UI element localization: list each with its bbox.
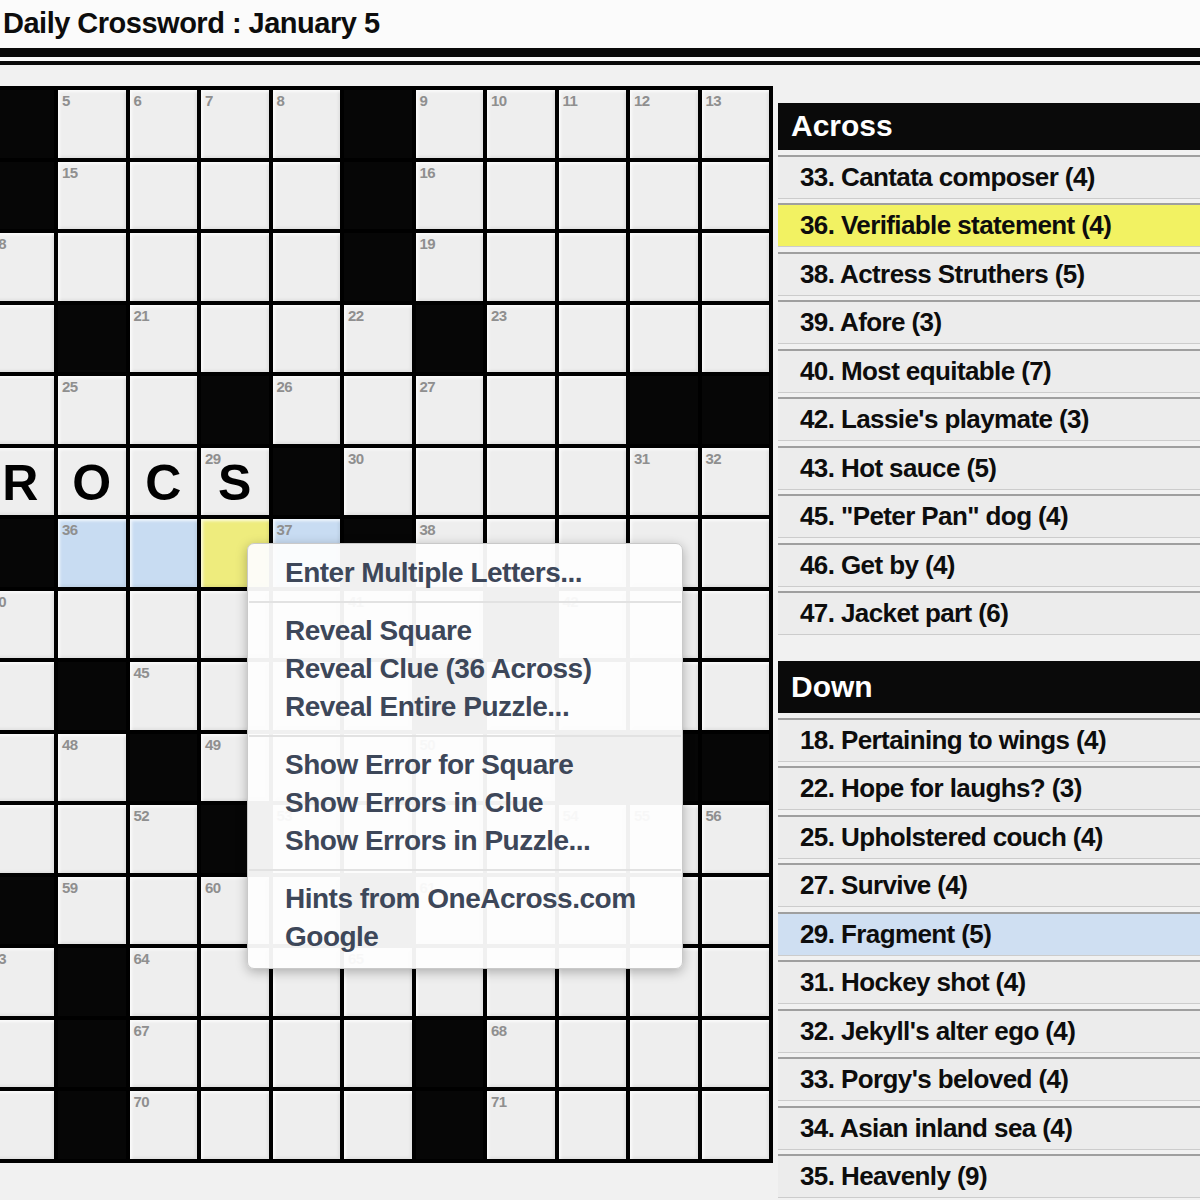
cell-r13c6 xyxy=(58,948,126,1016)
cell-r1c8[interactable]: 7 xyxy=(201,90,269,158)
cell-number: 45 xyxy=(134,664,150,681)
cell-r15c8[interactable] xyxy=(201,1091,269,1159)
cell-r12c5 xyxy=(0,877,54,945)
cell-r2c11[interactable]: 16 xyxy=(416,162,484,230)
cell-r14c6 xyxy=(58,1020,126,1088)
menu-item-enter-multiple-letters[interactable]: Enter Multiple Letters... xyxy=(248,554,682,592)
clue-across-40[interactable]: 40. Most equitable (7) xyxy=(778,349,1200,393)
cell-r5c11[interactable]: 27 xyxy=(416,376,484,444)
cell-number: 63 xyxy=(0,950,6,967)
down-section: Down 18. Pertaining to wings (4) 22. Hop… xyxy=(778,661,1200,1198)
cell-r15c12[interactable]: 71 xyxy=(487,1091,555,1159)
cell-r7c5 xyxy=(0,519,54,587)
cell-r5c12[interactable] xyxy=(487,376,555,444)
cell-number: 19 xyxy=(420,235,436,252)
cell-r6c6[interactable]: O xyxy=(58,448,126,516)
cell-number: 13 xyxy=(706,92,722,109)
cell-r15c13[interactable] xyxy=(559,1091,627,1159)
menu-separator xyxy=(249,735,681,737)
cell-r5c9[interactable]: 26 xyxy=(273,376,341,444)
cell-r4c5[interactable] xyxy=(0,305,54,373)
cell-r7c7[interactable] xyxy=(130,519,198,587)
context-menu: Enter Multiple Letters... Reveal Square … xyxy=(247,543,683,969)
cell-r11c15[interactable]: 56 xyxy=(702,805,770,873)
menu-item-show-errors-in-clue[interactable]: Show Errors in Clue xyxy=(248,784,682,822)
cell-r2c12[interactable] xyxy=(487,162,555,230)
cell-r2c13[interactable] xyxy=(559,162,627,230)
cell-number: 30 xyxy=(348,450,364,467)
cell-r13c5[interactable]: 63 xyxy=(0,948,54,1016)
clue-down-25[interactable]: 25. Upholstered couch (4) xyxy=(778,815,1200,859)
cell-r2c8[interactable] xyxy=(201,162,269,230)
cell-r2c10 xyxy=(344,162,412,230)
cell-r8c6[interactable] xyxy=(58,591,126,659)
cell-r2c6[interactable]: 15 xyxy=(58,162,126,230)
cell-r3c13[interactable] xyxy=(559,233,627,301)
cell-r6c5[interactable]: R xyxy=(0,448,54,516)
cell-r10c6[interactable]: 48 xyxy=(58,734,126,802)
cell-letter: S xyxy=(201,448,269,516)
cell-r8c15[interactable] xyxy=(702,591,770,659)
clue-across-42[interactable]: 42. Lassie's playmate (3) xyxy=(778,397,1200,441)
cell-number: 71 xyxy=(491,1093,507,1110)
crossword-app: Daily Crossword : January 5 123456789101… xyxy=(0,0,1200,1200)
cell-letter: O xyxy=(58,448,126,516)
cell-number: 11 xyxy=(563,92,578,109)
cell-number: 32 xyxy=(706,450,722,467)
cell-r3c15[interactable] xyxy=(702,233,770,301)
cell-number: 59 xyxy=(62,879,78,896)
cell-number: 70 xyxy=(134,1093,150,1110)
divider-thick xyxy=(0,48,1200,57)
cell-number: 56 xyxy=(706,807,722,824)
cell-r2c9[interactable] xyxy=(273,162,341,230)
cell-number: 25 xyxy=(62,378,78,395)
cell-r14c8[interactable] xyxy=(201,1020,269,1088)
down-header: Down xyxy=(778,661,1200,713)
cell-number: 68 xyxy=(491,1022,507,1039)
cell-r1c11[interactable]: 9 xyxy=(416,90,484,158)
menu-separator xyxy=(249,869,681,871)
clue-down-32[interactable]: 32. Jekyll's alter ego (4) xyxy=(778,1009,1200,1053)
cell-number: 5 xyxy=(62,92,70,109)
cell-number: 15 xyxy=(62,164,78,181)
clue-down-34[interactable]: 34. Asian inland sea (4) xyxy=(778,1106,1200,1150)
cell-number: 31 xyxy=(634,450,650,467)
clue-across-47[interactable]: 47. Jacket part (6) xyxy=(778,591,1200,635)
cell-number: 38 xyxy=(420,521,436,538)
cell-letter: C xyxy=(130,448,198,516)
clue-down-35[interactable]: 35. Heavenly (9) xyxy=(778,1154,1200,1198)
cell-r15c14[interactable] xyxy=(630,1091,698,1159)
down-clue-list: 18. Pertaining to wings (4) 22. Hope for… xyxy=(778,718,1200,1199)
menu-item-show-error-for-square[interactable]: Show Error for Square xyxy=(248,746,682,784)
divider-thin xyxy=(0,61,1200,65)
cell-r1c6[interactable]: 5 xyxy=(58,90,126,158)
cell-r4c6 xyxy=(58,305,126,373)
clue-down-22[interactable]: 22. Hope for laughs? (3) xyxy=(778,766,1200,810)
cell-number: 48 xyxy=(62,736,78,753)
cell-r3c9[interactable] xyxy=(273,233,341,301)
cell-r1c7[interactable]: 6 xyxy=(130,90,198,158)
cell-r5c7[interactable] xyxy=(130,376,198,444)
across-header: Across xyxy=(778,103,1200,150)
cell-r2c7[interactable] xyxy=(130,162,198,230)
cell-number: 18 xyxy=(0,235,6,252)
cell-r11c5[interactable] xyxy=(0,805,54,873)
cell-letter: R xyxy=(0,448,54,516)
cell-r2c5 xyxy=(0,162,54,230)
cell-r1c12[interactable]: 10 xyxy=(487,90,555,158)
cell-r15c9[interactable] xyxy=(273,1091,341,1159)
cell-number: 49 xyxy=(205,736,221,753)
cell-r2c14[interactable] xyxy=(630,162,698,230)
cell-r4c15[interactable] xyxy=(702,305,770,373)
clue-across-45[interactable]: 45. "Peter Pan" dog (4) xyxy=(778,494,1200,538)
menu-separator xyxy=(249,601,681,603)
cell-number: 16 xyxy=(420,164,436,181)
cell-r3c5[interactable]: 18 xyxy=(0,233,54,301)
cell-r14c12[interactable]: 68 xyxy=(487,1020,555,1088)
cell-number: 7 xyxy=(205,92,213,109)
cell-r3c7[interactable] xyxy=(130,233,198,301)
cell-r14c9[interactable] xyxy=(273,1020,341,1088)
cell-r4c14[interactable] xyxy=(630,305,698,373)
cell-r1c10 xyxy=(344,90,412,158)
cell-r15c5[interactable] xyxy=(0,1091,54,1159)
cell-number: 22 xyxy=(348,307,364,324)
cell-r14c11 xyxy=(416,1020,484,1088)
cell-number: 64 xyxy=(134,950,150,967)
cell-r14c15[interactable] xyxy=(702,1020,770,1088)
cell-r12c7[interactable] xyxy=(130,877,198,945)
cell-number: 60 xyxy=(205,879,221,896)
cell-number: 52 xyxy=(134,807,150,824)
cell-r1c15[interactable]: 13 xyxy=(702,90,770,158)
cell-r9c7[interactable]: 45 xyxy=(130,662,198,730)
cell-r14c10[interactable] xyxy=(344,1020,412,1088)
cell-r3c12[interactable] xyxy=(487,233,555,301)
cell-number: 12 xyxy=(634,92,650,109)
cell-r6c9 xyxy=(273,448,341,516)
cell-number: 40 xyxy=(0,593,6,610)
cell-r6c15[interactable]: 32 xyxy=(702,448,770,516)
menu-item-reveal-clue[interactable]: Reveal Clue (36 Across) xyxy=(248,650,682,688)
cell-r6c10[interactable]: 30 xyxy=(344,448,412,516)
cell-r6c13[interactable] xyxy=(559,448,627,516)
cell-r15c10[interactable] xyxy=(344,1091,412,1159)
clue-down-29[interactable]: 29. Fragment (5) xyxy=(778,912,1200,956)
clue-panel: Across 33. Cantata composer (4) 36. Veri… xyxy=(778,103,1200,1198)
cell-r7c15[interactable] xyxy=(702,519,770,587)
cell-r1c14[interactable]: 12 xyxy=(630,90,698,158)
cell-r4c7[interactable]: 21 xyxy=(130,305,198,373)
clue-across-33[interactable]: 33. Cantata composer (4) xyxy=(778,155,1200,199)
cell-r3c11[interactable]: 19 xyxy=(416,233,484,301)
cell-number: 26 xyxy=(277,378,293,395)
cell-r3c10 xyxy=(344,233,412,301)
cell-number: 27 xyxy=(420,378,436,395)
menu-item-reveal-entire-puzzle[interactable]: Reveal Entire Puzzle... xyxy=(248,688,682,726)
title-bar: Daily Crossword : January 5 xyxy=(0,0,1200,48)
cell-r9c5[interactable] xyxy=(0,662,54,730)
cell-r5c14 xyxy=(630,376,698,444)
cell-r6c11[interactable] xyxy=(416,448,484,516)
cell-r15c11 xyxy=(416,1091,484,1159)
cell-r5c8 xyxy=(201,376,269,444)
cell-r15c7[interactable]: 70 xyxy=(130,1091,198,1159)
cell-r11c7[interactable]: 52 xyxy=(130,805,198,873)
cell-r4c13[interactable] xyxy=(559,305,627,373)
cell-r7c6[interactable]: 36 xyxy=(58,519,126,587)
cell-number: 21 xyxy=(134,307,150,324)
cell-r5c6[interactable]: 25 xyxy=(58,376,126,444)
cell-r10c5[interactable] xyxy=(0,734,54,802)
cell-r9c15[interactable] xyxy=(702,662,770,730)
menu-item-google[interactable]: Google xyxy=(248,918,682,956)
cell-r4c10[interactable]: 22 xyxy=(344,305,412,373)
cell-r3c14[interactable] xyxy=(630,233,698,301)
menu-item-reveal-square[interactable]: Reveal Square xyxy=(248,612,682,650)
clue-across-36[interactable]: 36. Verifiable statement (4) xyxy=(778,203,1200,247)
clue-across-46[interactable]: 46. Get by (4) xyxy=(778,543,1200,587)
clue-down-18[interactable]: 18. Pertaining to wings (4) xyxy=(778,718,1200,762)
cell-r8c7[interactable] xyxy=(130,591,198,659)
cell-r6c8[interactable]: 29S xyxy=(201,448,269,516)
cell-r5c15 xyxy=(702,376,770,444)
cell-r2c15[interactable] xyxy=(702,162,770,230)
cell-r1c13[interactable]: 11 xyxy=(559,90,627,158)
clue-down-31[interactable]: 31. Hockey shot (4) xyxy=(778,960,1200,1004)
cell-r5c13[interactable] xyxy=(559,376,627,444)
cell-r4c12[interactable]: 23 xyxy=(487,305,555,373)
cell-number: 10 xyxy=(491,92,507,109)
menu-item-hints-oneacross[interactable]: Hints from OneAcross.com xyxy=(248,880,682,918)
clue-down-27[interactable]: 27. Survive (4) xyxy=(778,863,1200,907)
across-section: Across 33. Cantata composer (4) 36. Veri… xyxy=(778,103,1200,635)
clue-across-39[interactable]: 39. Afore (3) xyxy=(778,300,1200,344)
cell-number: 6 xyxy=(134,92,142,109)
cell-r6c12[interactable] xyxy=(487,448,555,516)
cell-r3c6[interactable] xyxy=(58,233,126,301)
cell-r10c7 xyxy=(130,734,198,802)
cell-r13c7[interactable]: 64 xyxy=(130,948,198,1016)
menu-item-show-errors-in-puzzle[interactable]: Show Errors in Puzzle... xyxy=(248,822,682,860)
cell-number: 36 xyxy=(62,521,78,538)
cell-r15c6 xyxy=(58,1091,126,1159)
clue-across-38[interactable]: 38. Actress Struthers (5) xyxy=(778,252,1200,296)
cell-r4c8[interactable] xyxy=(201,305,269,373)
cell-r12c15[interactable] xyxy=(702,877,770,945)
page-title: Daily Crossword : January 5 xyxy=(3,7,380,40)
cell-r14c5[interactable] xyxy=(0,1020,54,1088)
cell-number: 67 xyxy=(134,1022,150,1039)
cell-number: 37 xyxy=(277,521,293,538)
cell-r5c10[interactable] xyxy=(344,376,412,444)
cell-r14c7[interactable]: 67 xyxy=(130,1020,198,1088)
cell-r14c14[interactable] xyxy=(630,1020,698,1088)
cell-r5c5[interactable] xyxy=(0,376,54,444)
cell-r4c9[interactable] xyxy=(273,305,341,373)
cell-number: 9 xyxy=(420,92,428,109)
cell-r1c9[interactable]: 8 xyxy=(273,90,341,158)
cell-r6c7[interactable]: C xyxy=(130,448,198,516)
clue-down-33[interactable]: 33. Porgy's beloved (4) xyxy=(778,1057,1200,1101)
cell-r1c5 xyxy=(0,90,54,158)
cell-r12c6[interactable]: 59 xyxy=(58,877,126,945)
cell-r6c14[interactable]: 31 xyxy=(630,448,698,516)
cell-number: 8 xyxy=(277,92,285,109)
cell-r15c15[interactable] xyxy=(702,1091,770,1159)
cell-number: 23 xyxy=(491,307,507,324)
cell-r14c13[interactable] xyxy=(559,1020,627,1088)
cell-r11c6[interactable] xyxy=(58,805,126,873)
cell-r8c5[interactable]: 40 xyxy=(0,591,54,659)
cell-r3c8[interactable] xyxy=(201,233,269,301)
clue-across-43[interactable]: 43. Hot sauce (5) xyxy=(778,446,1200,490)
cell-r9c6 xyxy=(58,662,126,730)
across-clue-list: 33. Cantata composer (4) 36. Verifiable … xyxy=(778,155,1200,636)
cell-r4c11 xyxy=(416,305,484,373)
cell-r10c15 xyxy=(702,734,770,802)
cell-r13c15[interactable] xyxy=(702,948,770,1016)
